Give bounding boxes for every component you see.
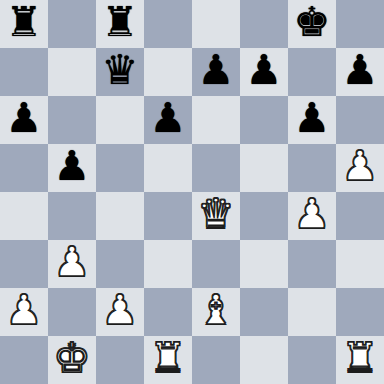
square-a5[interactable] <box>0 144 48 192</box>
black-pawn-a6: ♟ <box>6 96 43 142</box>
square-h3[interactable] <box>336 240 384 288</box>
square-g4[interactable]: ♟ <box>288 192 336 240</box>
white-queen-e4: ♛ <box>198 192 235 238</box>
square-e7[interactable]: ♟ <box>192 48 240 96</box>
square-b8[interactable] <box>48 0 96 48</box>
square-h1[interactable]: ♜ <box>336 336 384 384</box>
square-c1[interactable] <box>96 336 144 384</box>
square-a6[interactable]: ♟ <box>0 96 48 144</box>
square-f7[interactable]: ♟ <box>240 48 288 96</box>
square-d3[interactable] <box>144 240 192 288</box>
white-rook-d1: ♜ <box>150 336 187 382</box>
black-pawn-d6: ♟ <box>150 96 187 142</box>
square-a4[interactable] <box>0 192 48 240</box>
square-h4[interactable] <box>336 192 384 240</box>
square-d6[interactable]: ♟ <box>144 96 192 144</box>
white-pawn-h5: ♟ <box>342 144 379 190</box>
square-e6[interactable] <box>192 96 240 144</box>
square-d1[interactable]: ♜ <box>144 336 192 384</box>
square-e8[interactable] <box>192 0 240 48</box>
black-rook-c8: ♜ <box>102 0 139 46</box>
square-f4[interactable] <box>240 192 288 240</box>
black-pawn-b5: ♟ <box>54 144 91 190</box>
square-a7[interactable] <box>0 48 48 96</box>
square-g5[interactable] <box>288 144 336 192</box>
white-king-b1: ♚ <box>54 336 91 382</box>
square-b1[interactable]: ♚ <box>48 336 96 384</box>
white-rook-h1: ♜ <box>342 336 379 382</box>
square-b4[interactable] <box>48 192 96 240</box>
square-b6[interactable] <box>48 96 96 144</box>
square-g6[interactable]: ♟ <box>288 96 336 144</box>
square-d8[interactable] <box>144 0 192 48</box>
square-d2[interactable] <box>144 288 192 336</box>
square-a1[interactable] <box>0 336 48 384</box>
black-king-g8: ♚ <box>294 0 331 46</box>
square-g8[interactable]: ♚ <box>288 0 336 48</box>
square-e5[interactable] <box>192 144 240 192</box>
square-c7[interactable]: ♛ <box>96 48 144 96</box>
square-f1[interactable] <box>240 336 288 384</box>
square-f6[interactable] <box>240 96 288 144</box>
square-h8[interactable] <box>336 0 384 48</box>
square-h2[interactable] <box>336 288 384 336</box>
square-c4[interactable] <box>96 192 144 240</box>
square-g7[interactable] <box>288 48 336 96</box>
square-c8[interactable]: ♜ <box>96 0 144 48</box>
chess-board: ♜♜♚♛♟♟♟♟♟♟♟♟♛♟♟♟♟♝♚♜♜ <box>0 0 384 384</box>
white-bishop-e2: ♝ <box>198 288 235 334</box>
square-b3[interactable]: ♟ <box>48 240 96 288</box>
square-g2[interactable] <box>288 288 336 336</box>
square-g3[interactable] <box>288 240 336 288</box>
square-d4[interactable] <box>144 192 192 240</box>
black-queen-c7: ♛ <box>102 48 139 94</box>
black-rook-a8: ♜ <box>6 0 43 46</box>
square-h6[interactable] <box>336 96 384 144</box>
square-e1[interactable] <box>192 336 240 384</box>
square-b2[interactable] <box>48 288 96 336</box>
white-pawn-g4: ♟ <box>294 192 331 238</box>
square-f8[interactable] <box>240 0 288 48</box>
square-f3[interactable] <box>240 240 288 288</box>
square-a3[interactable] <box>0 240 48 288</box>
square-e2[interactable]: ♝ <box>192 288 240 336</box>
square-d7[interactable] <box>144 48 192 96</box>
square-f5[interactable] <box>240 144 288 192</box>
black-pawn-h7: ♟ <box>342 48 379 94</box>
square-g1[interactable] <box>288 336 336 384</box>
black-pawn-g6: ♟ <box>294 96 331 142</box>
square-a8[interactable]: ♜ <box>0 0 48 48</box>
square-c5[interactable] <box>96 144 144 192</box>
black-pawn-e7: ♟ <box>198 48 235 94</box>
square-b7[interactable] <box>48 48 96 96</box>
square-c6[interactable] <box>96 96 144 144</box>
square-c3[interactable] <box>96 240 144 288</box>
square-d5[interactable] <box>144 144 192 192</box>
square-e4[interactable]: ♛ <box>192 192 240 240</box>
square-f2[interactable] <box>240 288 288 336</box>
square-e3[interactable] <box>192 240 240 288</box>
black-pawn-f7: ♟ <box>246 48 283 94</box>
white-pawn-b3: ♟ <box>54 240 91 286</box>
white-pawn-a2: ♟ <box>6 288 43 334</box>
square-c2[interactable]: ♟ <box>96 288 144 336</box>
square-a2[interactable]: ♟ <box>0 288 48 336</box>
square-h7[interactable]: ♟ <box>336 48 384 96</box>
white-pawn-c2: ♟ <box>102 288 139 334</box>
square-b5[interactable]: ♟ <box>48 144 96 192</box>
square-h5[interactable]: ♟ <box>336 144 384 192</box>
